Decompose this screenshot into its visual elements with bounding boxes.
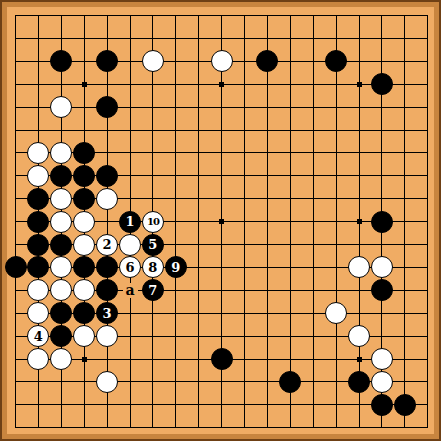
stone-white[interactable] [371,371,393,393]
stone-black[interactable] [73,188,95,210]
stone-black[interactable] [50,234,72,256]
stone-black[interactable] [27,188,49,210]
grid-line-vertical [267,15,268,428]
stone-black-move-5[interactable]: 5 [142,234,164,256]
grid-line-vertical [336,15,337,428]
star-point [82,357,87,362]
move-number: 1 [125,215,134,228]
move-number: 2 [103,238,112,251]
stone-white[interactable] [96,188,118,210]
go-board[interactable]: 11025689734 a [0,0,441,441]
stone-black[interactable] [73,165,95,187]
stone-white[interactable] [73,234,95,256]
stone-white-move-2[interactable]: 2 [96,234,118,256]
stone-white[interactable] [119,234,141,256]
stone-black[interactable] [394,394,416,416]
stone-white[interactable] [96,371,118,393]
stone-black[interactable] [27,211,49,233]
stone-black[interactable] [27,234,49,256]
move-number: 6 [125,261,134,274]
stone-black[interactable] [96,165,118,187]
move-number: 10 [147,217,159,227]
stone-black[interactable] [348,371,370,393]
stone-white[interactable] [50,188,72,210]
stone-white[interactable] [73,211,95,233]
grid-line-horizontal [15,404,428,405]
stone-black[interactable] [371,211,393,233]
stone-black[interactable] [5,256,27,278]
move-number: 8 [148,261,157,274]
star-point [357,82,362,87]
stone-black[interactable] [50,165,72,187]
stone-black[interactable] [73,142,95,164]
move-number: 9 [171,261,180,274]
stone-black[interactable] [371,73,393,95]
grid-line-vertical [244,15,245,428]
star-point [219,82,224,87]
stone-white[interactable] [50,211,72,233]
star-point [82,82,87,87]
point-label-a[interactable]: a [123,283,138,298]
stone-white[interactable] [371,348,393,370]
stone-white-move-10[interactable]: 10 [142,211,164,233]
star-point [357,357,362,362]
move-number: 3 [103,307,112,320]
star-point [357,219,362,224]
stone-white[interactable] [211,50,233,72]
grid-line-vertical [404,15,405,428]
move-number: 5 [148,238,157,251]
grid-line-vertical [313,15,314,428]
stone-black[interactable] [371,394,393,416]
stone-black-move-1[interactable]: 1 [119,211,141,233]
grid-line-vertical [427,15,428,428]
move-number: 4 [34,330,43,343]
star-point [219,219,224,224]
stone-white[interactable] [348,325,370,347]
move-number: 7 [148,284,157,297]
stone-black[interactable] [211,348,233,370]
grid-line-horizontal [15,427,428,428]
grid-line-vertical [290,15,291,428]
